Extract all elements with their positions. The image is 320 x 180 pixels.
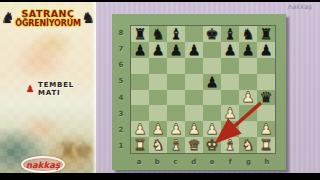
square-e3 <box>203 105 221 121</box>
square-d5 <box>185 74 203 90</box>
square-g1: ♞ <box>239 137 257 153</box>
piece-black-pawn: ♟ <box>134 43 147 57</box>
square-c6 <box>167 58 185 74</box>
square-c2: ♟ <box>167 121 185 137</box>
square-b5 <box>149 74 167 90</box>
rank-label-7: 7 <box>112 41 130 57</box>
lesson-title-text: TEMBEL MATI <box>38 81 96 97</box>
square-f5 <box>221 74 239 90</box>
rank-label-6: 6 <box>112 57 130 73</box>
square-e5: ♟ <box>203 74 221 90</box>
square-a3 <box>131 105 149 121</box>
square-a2: ♟ <box>131 121 149 137</box>
piece-black-bishop: ♝ <box>224 27 237 41</box>
piece-white-queen: ♛ <box>188 138 201 152</box>
main-area: nakkaş 87654321 ♜♞♝♚♝♞♜♟♟♟♟♟♟♟♟♟♛♟♟♟♟♟♟♟… <box>96 2 320 173</box>
square-d7: ♟ <box>185 42 203 58</box>
square-c3 <box>167 105 185 121</box>
square-f2 <box>221 121 239 137</box>
square-h7: ♟ <box>257 42 275 58</box>
piece-white-pawn: ♟ <box>224 106 237 120</box>
rank-label-4: 4 <box>112 90 130 106</box>
square-b2: ♟ <box>149 121 167 137</box>
rank-label-8: 8 <box>112 25 130 41</box>
piece-white-knight: ♞ <box>242 138 255 152</box>
square-e2: ♟ <box>203 121 221 137</box>
file-label-a: a <box>130 154 148 170</box>
file-label-c: c <box>167 154 185 170</box>
square-b1: ♞ <box>149 137 167 153</box>
square-c7: ♟ <box>167 42 185 58</box>
lesson-title: ♟ TEMBEL MATI <box>26 81 96 97</box>
square-e7 <box>203 42 221 58</box>
rank-labels: 87654321 <box>112 25 130 154</box>
square-a4 <box>131 90 149 106</box>
piece-black-pawn: ♟ <box>224 43 237 57</box>
file-label-f: f <box>221 154 239 170</box>
rank-label-5: 5 <box>112 73 130 89</box>
square-b3 <box>149 105 167 121</box>
board-grid: ♜♞♝♚♝♞♜♟♟♟♟♟♟♟♟♟♛♟♟♟♟♟♟♟♜♞♝♛♚♝♞♜ <box>130 25 276 154</box>
square-d8 <box>185 26 203 42</box>
rank-label-2: 2 <box>112 122 130 138</box>
nakkas-logo-text: nakkaş <box>26 161 60 169</box>
square-g2 <box>239 121 257 137</box>
piece-black-pawn: ♟ <box>206 75 219 89</box>
square-e8: ♚ <box>203 26 221 42</box>
square-a8: ♜ <box>131 26 149 42</box>
square-h5 <box>257 74 275 90</box>
cover-title-line2: ÖĞRENİYORUM <box>14 19 81 28</box>
square-d1: ♛ <box>185 137 203 153</box>
piece-white-pawn: ♟ <box>242 90 255 104</box>
square-f8: ♝ <box>221 26 239 42</box>
piece-black-pawn: ♟ <box>242 43 255 57</box>
piece-white-bishop: ♝ <box>170 138 183 152</box>
square-g4: ♟ <box>239 90 257 106</box>
chess-board: 87654321 ♜♞♝♚♝♞♜♟♟♟♟♟♟♟♟♟♛♟♟♟♟♟♟♟♜♞♝♛♚♝♞… <box>112 14 286 170</box>
red-pawn-icon: ♟ <box>26 85 34 94</box>
file-label-e: e <box>203 154 221 170</box>
square-g7: ♟ <box>239 42 257 58</box>
square-f1: ♝ <box>221 137 239 153</box>
piece-white-knight: ♞ <box>152 138 165 152</box>
square-g3 <box>239 105 257 121</box>
square-h1: ♜ <box>257 137 275 153</box>
square-f4 <box>221 90 239 106</box>
piece-black-rook: ♜ <box>134 27 147 41</box>
nakkas-logo: nakkaş <box>21 156 65 173</box>
knight-icon: ♞ <box>1 11 14 26</box>
square-a6 <box>131 58 149 74</box>
square-b8: ♞ <box>149 26 167 42</box>
cover-title: SATRANÇ ÖĞRENİYORUM <box>14 9 81 28</box>
piece-black-rook: ♜ <box>260 27 273 41</box>
square-b7: ♟ <box>149 42 167 58</box>
piece-black-pawn: ♟ <box>170 43 183 57</box>
square-h2: ♟ <box>257 121 275 137</box>
piece-black-knight: ♞ <box>242 27 255 41</box>
file-label-d: d <box>185 154 203 170</box>
file-label-h: h <box>258 154 276 170</box>
square-g5 <box>239 74 257 90</box>
square-h8: ♜ <box>257 26 275 42</box>
file-label-b: b <box>148 154 166 170</box>
cover-title-line1: SATRANÇ <box>14 9 81 19</box>
piece-white-pawn: ♟ <box>206 122 219 136</box>
square-d4 <box>185 90 203 106</box>
piece-white-pawn: ♟ <box>170 122 183 136</box>
knight-icon: ♞ <box>82 11 95 26</box>
square-f7: ♟ <box>221 42 239 58</box>
square-f3: ♟ <box>221 105 239 121</box>
rank-label-3: 3 <box>112 106 130 122</box>
square-b4 <box>149 90 167 106</box>
piece-white-pawn: ♟ <box>134 122 147 136</box>
video-frame: ♞ SATRANÇ ÖĞRENİYORUM ♞ ♟ TEMBEL MATI ♜♚… <box>0 0 320 180</box>
piece-white-pawn: ♟ <box>188 122 201 136</box>
square-c1: ♝ <box>167 137 185 153</box>
rank-label-1: 1 <box>112 138 130 154</box>
square-d3 <box>185 105 203 121</box>
piece-white-pawn: ♟ <box>152 122 165 136</box>
piece-black-pawn: ♟ <box>152 43 165 57</box>
cover-title-band: ♞ SATRANÇ ÖĞRENİYORUM ♞ <box>0 4 96 32</box>
piece-black-pawn: ♟ <box>188 43 201 57</box>
piece-black-bishop: ♝ <box>170 27 183 41</box>
square-c4 <box>167 90 185 106</box>
square-g6 <box>239 58 257 74</box>
piece-black-king: ♚ <box>206 27 219 41</box>
piece-white-bishop: ♝ <box>224 138 237 152</box>
piece-black-queen: ♛ <box>260 90 273 104</box>
piece-white-pawn: ♟ <box>260 122 273 136</box>
square-d2: ♟ <box>185 121 203 137</box>
square-c5 <box>167 74 185 90</box>
piece-white-rook: ♜ <box>134 138 147 152</box>
square-e1: ♚ <box>203 137 221 153</box>
file-label-g: g <box>240 154 258 170</box>
square-e6 <box>203 58 221 74</box>
square-h4: ♛ <box>257 90 275 106</box>
square-e4 <box>203 90 221 106</box>
square-a1: ♜ <box>131 137 149 153</box>
piece-white-king: ♚ <box>206 138 219 152</box>
square-h6 <box>257 58 275 74</box>
dvd-cover: ♞ SATRANÇ ÖĞRENİYORUM ♞ ♟ TEMBEL MATI ♜♚… <box>0 2 96 173</box>
square-f6 <box>221 58 239 74</box>
cover-photo-chess-pieces: ♜♚ <box>58 138 89 163</box>
letterbox-top <box>0 0 320 2</box>
square-d6 <box>185 58 203 74</box>
piece-black-pawn: ♟ <box>260 43 273 57</box>
square-g8: ♞ <box>239 26 257 42</box>
square-b6 <box>149 58 167 74</box>
square-h3 <box>257 105 275 121</box>
piece-white-rook: ♜ <box>260 138 273 152</box>
square-a5 <box>131 74 149 90</box>
square-a7: ♟ <box>131 42 149 58</box>
square-c8: ♝ <box>167 26 185 42</box>
letterbox-bottom <box>0 173 320 180</box>
piece-black-knight: ♞ <box>152 27 165 41</box>
channel-watermark: nakkaş <box>287 3 312 11</box>
file-labels: abcdefgh <box>130 154 276 170</box>
